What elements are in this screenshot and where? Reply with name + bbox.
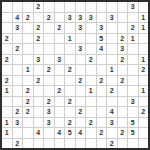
cell-r10c4[interactable] (34, 97, 44, 107)
cell-r1c5[interactable] (44, 2, 54, 12)
cell-r14c1[interactable] (2, 139, 12, 149)
cell-r2c8[interactable]: 3 (76, 13, 86, 23)
cell-r9c8[interactable] (76, 86, 86, 96)
cell-r4c10[interactable]: 5 (97, 34, 107, 44)
cell-r9c7[interactable] (65, 86, 75, 96)
cell-r6c10[interactable] (97, 55, 107, 65)
cell-r12c2[interactable]: 3 (13, 118, 23, 128)
cell-r2c11[interactable]: 3 (107, 13, 117, 23)
cell-r13c1[interactable]: 1 (2, 128, 12, 138)
cell-r14c3[interactable] (23, 139, 33, 149)
cell-r2c6[interactable] (55, 13, 65, 23)
cell-r7c4[interactable] (34, 65, 44, 75)
cell-r5c14[interactable] (139, 44, 149, 54)
cell-r11c5[interactable]: 3 (44, 107, 54, 117)
cell-r6c1[interactable]: 2 (2, 55, 12, 65)
cell-r1c3[interactable] (23, 2, 33, 12)
cell-r11c4[interactable] (34, 107, 44, 117)
cell-r1c6[interactable] (55, 2, 65, 12)
cell-r4c8[interactable] (76, 34, 86, 44)
cell-r6c8[interactable] (76, 55, 86, 65)
cell-r3c8[interactable]: 3 (76, 23, 86, 33)
cell-r1c13[interactable]: 3 (128, 2, 138, 12)
cell-r6c4[interactable]: 3 (34, 55, 44, 65)
cell-r1c7[interactable] (65, 2, 75, 12)
cell-r14c11[interactable]: 2 (107, 139, 117, 149)
cell-r3c6[interactable]: 2 (55, 23, 65, 33)
cell-r12c7[interactable]: 2 (65, 118, 75, 128)
cell-r9c1[interactable]: 1 (2, 86, 12, 96)
cell-r14c6[interactable] (55, 139, 65, 149)
cell-r5c13[interactable] (128, 44, 138, 54)
cell-r11c1[interactable] (2, 107, 12, 117)
cell-r13c5[interactable] (44, 128, 54, 138)
cell-r7c9[interactable] (86, 65, 96, 75)
cell-r14c10[interactable] (97, 139, 107, 149)
cell-r8c14[interactable] (139, 76, 149, 86)
cell-r10c12[interactable] (118, 97, 128, 107)
cell-r12c13[interactable]: 5 (128, 118, 138, 128)
cell-r1c10[interactable] (97, 2, 107, 12)
cell-r11c6[interactable] (55, 107, 65, 117)
cell-r4c12[interactable]: 2 (118, 34, 128, 44)
cell-r12c9[interactable]: 2 (86, 118, 96, 128)
cell-r5c3[interactable] (23, 44, 33, 54)
cell-r11c8[interactable]: 2 (76, 107, 86, 117)
cell-r13c11[interactable] (107, 128, 117, 138)
cell-r8c12[interactable]: 2 (118, 76, 128, 86)
cell-r10c10[interactable] (97, 97, 107, 107)
cell-r2c10[interactable] (97, 13, 107, 23)
cell-r6c2[interactable] (13, 55, 23, 65)
cell-r12c10[interactable] (97, 118, 107, 128)
cell-r8c6[interactable] (55, 76, 65, 86)
cell-r14c14[interactable] (139, 139, 149, 149)
cell-r9c14[interactable]: 1 (139, 86, 149, 96)
cell-r4c3[interactable] (23, 34, 33, 44)
cell-r3c12[interactable] (118, 23, 128, 33)
cell-r10c5[interactable]: 2 (44, 97, 54, 107)
cell-r12c14[interactable] (139, 118, 149, 128)
cell-r12c5[interactable]: 3 (44, 118, 54, 128)
cell-r8c3[interactable] (23, 76, 33, 86)
cell-r14c13[interactable] (128, 139, 138, 149)
cell-r5c5[interactable] (44, 44, 54, 54)
cell-r4c13[interactable]: 1 (128, 34, 138, 44)
cell-r7c11[interactable]: 1 (107, 65, 117, 75)
cell-r14c4[interactable] (34, 139, 44, 149)
cell-r1c4[interactable]: 2 (34, 2, 44, 12)
cell-r10c7[interactable]: 2 (65, 97, 75, 107)
cell-r8c9[interactable] (86, 76, 96, 86)
cell-r7c14[interactable]: 2 (139, 65, 149, 75)
cell-r11c14[interactable]: 2 (139, 107, 149, 117)
cell-r13c6[interactable]: 4 (55, 128, 65, 138)
cell-r7c7[interactable]: 2 (65, 65, 75, 75)
cell-r6c9[interactable]: 2 (86, 55, 96, 65)
cell-r14c12[interactable] (118, 139, 128, 149)
cell-r11c7[interactable] (65, 107, 75, 117)
cell-r13c3[interactable] (23, 128, 33, 138)
cell-r12c6[interactable] (55, 118, 65, 128)
cell-r2c3[interactable]: 2 (23, 13, 33, 23)
cell-r9c4[interactable] (34, 86, 44, 96)
cell-r9c10[interactable] (97, 86, 107, 96)
cell-r3c7[interactable] (65, 23, 75, 33)
cell-r10c11[interactable] (107, 97, 117, 107)
cell-r1c1[interactable] (2, 2, 12, 12)
cell-r6c7[interactable] (65, 55, 75, 65)
cell-r4c14[interactable] (139, 34, 149, 44)
cell-r14c9[interactable] (86, 139, 96, 149)
cell-r9c3[interactable]: 2 (23, 86, 33, 96)
cell-r12c3[interactable] (23, 118, 33, 128)
cell-r11c2[interactable]: 2 (13, 107, 23, 117)
cell-r7c5[interactable]: 2 (44, 65, 54, 75)
cell-r13c4[interactable]: 4 (34, 128, 44, 138)
cell-r7c2[interactable] (13, 65, 23, 75)
cell-r4c6[interactable] (55, 34, 65, 44)
cell-r8c5[interactable] (44, 76, 54, 86)
cell-r11c13[interactable] (128, 107, 138, 117)
cell-r5c12[interactable]: 3 (118, 44, 128, 54)
cell-r1c11[interactable] (107, 2, 117, 12)
cell-r10c3[interactable]: 2 (23, 97, 33, 107)
cell-r3c11[interactable] (107, 23, 117, 33)
cell-r9c5[interactable] (44, 86, 54, 96)
cell-r8c8[interactable]: 2 (76, 76, 86, 86)
cell-r10c14[interactable] (139, 97, 149, 107)
cell-r1c8[interactable] (76, 2, 86, 12)
cell-r13c10[interactable]: 2 (97, 128, 107, 138)
cell-r13c14[interactable] (139, 128, 149, 138)
cell-r14c7[interactable] (65, 139, 75, 149)
cell-r2c2[interactable]: 4 (13, 13, 23, 23)
cell-r6c6[interactable]: 3 (55, 55, 65, 65)
cell-r3c2[interactable]: 3 (13, 23, 23, 33)
cell-r11c11[interactable]: 4 (107, 107, 117, 117)
cell-r3c4[interactable]: 2 (34, 23, 44, 33)
cell-r13c12[interactable]: 2 (118, 128, 128, 138)
cell-r2c14[interactable]: 1 (139, 13, 149, 23)
cell-r3c13[interactable]: 2 (128, 23, 138, 33)
cell-r13c13[interactable]: 5 (128, 128, 138, 138)
cell-r5c10[interactable]: 4 (97, 44, 107, 54)
cell-r4c2[interactable] (13, 34, 23, 44)
cell-r12c12[interactable] (118, 118, 128, 128)
cell-r12c4[interactable] (34, 118, 44, 128)
cell-r11c9[interactable] (86, 107, 96, 117)
cell-r2c7[interactable]: 3 (65, 13, 75, 23)
cell-r7c1[interactable] (2, 65, 12, 75)
cell-r8c1[interactable]: 2 (2, 76, 12, 86)
cell-r7c8[interactable] (76, 65, 86, 75)
cell-r12c1[interactable]: 1 (2, 118, 12, 128)
cell-r7c13[interactable] (128, 65, 138, 75)
cell-r8c13[interactable] (128, 76, 138, 86)
cell-r9c12[interactable] (118, 86, 128, 96)
cell-r3c10[interactable]: 3 (97, 23, 107, 33)
cell-r5c2[interactable]: 2 (13, 44, 23, 54)
cell-r1c9[interactable] (86, 2, 96, 12)
cell-r6c11[interactable] (107, 55, 117, 65)
cell-r8c10[interactable]: 2 (97, 76, 107, 86)
cell-r14c5[interactable] (44, 139, 54, 149)
cell-r9c2[interactable] (13, 86, 23, 96)
cell-r13c9[interactable] (86, 128, 96, 138)
cell-r2c5[interactable]: 2 (44, 13, 54, 23)
cell-r8c7[interactable] (65, 76, 75, 86)
cell-r7c6[interactable] (55, 65, 65, 75)
cell-r5c7[interactable] (65, 44, 75, 54)
cell-r12c11[interactable]: 3 (107, 118, 117, 128)
cell-r7c3[interactable]: 1 (23, 65, 33, 75)
cell-r5c8[interactable]: 3 (76, 44, 86, 54)
cell-r6c12[interactable]: 2 (118, 55, 128, 65)
cell-r4c1[interactable]: 2 (2, 34, 12, 44)
cell-r9c9[interactable]: 1 (86, 86, 96, 96)
cell-r13c7[interactable]: 5 (65, 128, 75, 138)
cell-r10c9[interactable] (86, 97, 96, 107)
cell-r10c8[interactable] (76, 97, 86, 107)
cell-r1c12[interactable] (118, 2, 128, 12)
cell-r3c3[interactable] (23, 23, 33, 33)
cell-r12c8[interactable] (76, 118, 86, 128)
cell-r1c2[interactable] (13, 2, 23, 12)
cell-r6c14[interactable]: 1 (139, 55, 149, 65)
cell-r3c1[interactable] (2, 23, 12, 33)
cell-r2c13[interactable] (128, 13, 138, 23)
cell-r8c11[interactable] (107, 76, 117, 86)
cell-r8c2[interactable] (13, 76, 23, 86)
cell-r14c2[interactable]: 2 (13, 139, 23, 149)
cell-r8c4[interactable]: 2 (34, 76, 44, 86)
cell-r5c9[interactable] (86, 44, 96, 54)
cell-r10c1[interactable] (2, 97, 12, 107)
cell-r10c2[interactable] (13, 97, 23, 107)
cell-r7c12[interactable] (118, 65, 128, 75)
fill-a-pix-board: 2342233331322332122152123432332211221222… (0, 0, 150, 150)
cell-r14c8[interactable] (76, 139, 86, 149)
cell-r4c9[interactable] (86, 34, 96, 44)
cell-r7c10[interactable] (97, 65, 107, 75)
cell-r11c10[interactable] (97, 107, 107, 117)
cell-r5c6[interactable] (55, 44, 65, 54)
cell-r5c11[interactable] (107, 44, 117, 54)
cell-r4c7[interactable]: 1 (65, 34, 75, 44)
cell-r4c4[interactable]: 2 (34, 34, 44, 44)
cell-r9c6[interactable]: 2 (55, 86, 65, 96)
cell-r5c4[interactable] (34, 44, 44, 54)
cell-r10c6[interactable] (55, 97, 65, 107)
cell-r6c3[interactable] (23, 55, 33, 65)
cell-r6c5[interactable] (44, 55, 54, 65)
cell-r3c9[interactable] (86, 23, 96, 33)
cell-r4c11[interactable] (107, 34, 117, 44)
cell-r2c1[interactable] (2, 13, 12, 23)
cell-r10c13[interactable]: 3 (128, 97, 138, 107)
cell-r2c4[interactable] (34, 13, 44, 23)
cell-r9c13[interactable] (128, 86, 138, 96)
cell-r3c5[interactable] (44, 23, 54, 33)
cell-r11c12[interactable] (118, 107, 128, 117)
cell-r3c14[interactable]: 1 (139, 23, 149, 33)
cell-r5c1[interactable] (2, 44, 12, 54)
cell-r2c12[interactable] (118, 13, 128, 23)
cell-r1c14[interactable] (139, 2, 149, 12)
cell-r13c2[interactable] (13, 128, 23, 138)
cell-r9c11[interactable]: 2 (107, 86, 117, 96)
cell-r6c13[interactable] (128, 55, 138, 65)
cell-r2c9[interactable]: 3 (86, 13, 96, 23)
cell-r11c3[interactable]: 2 (23, 107, 33, 117)
cell-r4c5[interactable] (44, 34, 54, 44)
cell-r13c8[interactable]: 4 (76, 128, 86, 138)
